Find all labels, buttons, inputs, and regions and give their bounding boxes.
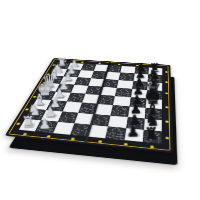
board-grid[interactable]: ♜♟♟♜♞♟♟♞♝♟♟♝♛♟♟♛♚♟♟♚♝♟♟♝♞♟♟♞♜♟♟♜	[19, 62, 163, 144]
frame-stud	[123, 142, 127, 145]
frame-stud	[99, 62, 102, 63]
white-pawn-piece[interactable]: ♟	[38, 116, 51, 130]
frame-stud	[81, 61, 84, 62]
frame-stud	[150, 145, 154, 148]
square[interactable]	[111, 105, 129, 116]
product-photo: ♜♟♟♜♞♟♟♞♝♟♟♝♛♟♟♛♚♟♟♚♝♟♟♝♞♟♟♞♜♟♟♜	[0, 0, 200, 200]
frame-stud	[165, 81, 168, 83]
frame-stud	[165, 120, 169, 122]
square[interactable]: ♟	[124, 128, 144, 142]
square[interactable]	[108, 115, 127, 128]
square[interactable]: ♜	[143, 130, 162, 144]
frame-stud	[165, 106, 168, 108]
square[interactable]	[106, 126, 126, 140]
frame-stud	[98, 140, 102, 143]
frame-stud	[165, 93, 168, 95]
frame-stud	[165, 71, 168, 73]
square[interactable]	[85, 86, 102, 95]
frame-stud	[71, 137, 75, 140]
black-pawn-piece[interactable]: ♟	[126, 124, 140, 139]
frame-stud	[23, 132, 28, 135]
frame-stud	[118, 63, 121, 64]
frame-stud	[136, 64, 139, 65]
frame-stud	[47, 135, 52, 138]
white-rook-piece[interactable]: ♜	[21, 114, 35, 129]
frame-stud	[16, 122, 20, 124]
black-rook-piece[interactable]: ♜	[144, 125, 159, 141]
frame-stud	[165, 136, 169, 139]
frame-stud	[154, 65, 157, 66]
